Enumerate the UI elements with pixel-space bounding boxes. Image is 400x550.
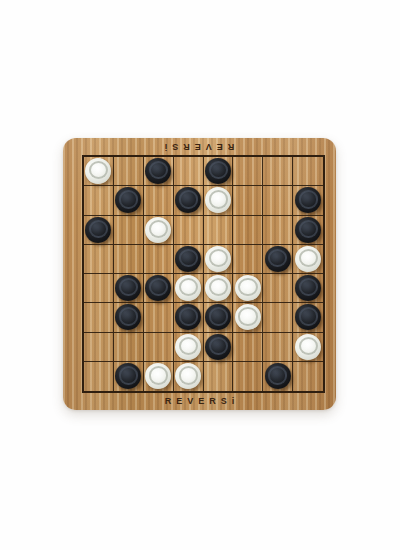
black-disc-e7 [205,334,231,360]
cell-d2[interactable] [174,186,204,215]
black-disc-h5 [295,275,321,301]
cell-f7[interactable] [233,333,263,362]
photo-background: REVERSi REVERSi [0,0,400,550]
white-disc-d8 [175,363,201,389]
cell-c5[interactable] [144,274,174,303]
black-disc-e6 [205,304,231,330]
black-disc-g4 [265,246,291,272]
black-disc-g8 [265,363,291,389]
cell-g5[interactable] [263,274,293,303]
cell-c1[interactable] [144,157,174,186]
cell-c2[interactable] [144,186,174,215]
board-title-top: REVERSi [63,141,336,152]
cell-h3[interactable] [293,216,323,245]
cell-c4[interactable] [144,245,174,274]
cell-h8[interactable] [293,362,323,391]
cell-e5[interactable] [204,274,234,303]
cell-h7[interactable] [293,333,323,362]
black-disc-d4 [175,246,201,272]
cell-d3[interactable] [174,216,204,245]
board-grid [82,155,325,393]
black-disc-h2 [295,187,321,213]
cell-f3[interactable] [233,216,263,245]
cell-c8[interactable] [144,362,174,391]
white-disc-d5 [175,275,201,301]
cell-e7[interactable] [204,333,234,362]
black-disc-h3 [295,217,321,243]
cell-h2[interactable] [293,186,323,215]
black-disc-b6 [115,304,141,330]
cell-g4[interactable] [263,245,293,274]
cell-g7[interactable] [263,333,293,362]
cell-d8[interactable] [174,362,204,391]
cell-a1[interactable] [84,157,114,186]
cell-h6[interactable] [293,303,323,332]
white-disc-d7 [175,334,201,360]
cell-a2[interactable] [84,186,114,215]
cell-g8[interactable] [263,362,293,391]
black-disc-e1 [205,158,231,184]
cell-e6[interactable] [204,303,234,332]
black-disc-h6 [295,304,321,330]
black-disc-b2 [115,187,141,213]
white-disc-f6 [235,304,261,330]
white-disc-e4 [205,246,231,272]
cell-d1[interactable] [174,157,204,186]
cell-c7[interactable] [144,333,174,362]
white-disc-a1 [85,158,111,184]
cell-b1[interactable] [114,157,144,186]
cell-b6[interactable] [114,303,144,332]
white-disc-e2 [205,187,231,213]
white-disc-h7 [295,334,321,360]
cell-g2[interactable] [263,186,293,215]
white-disc-f5 [235,275,261,301]
cell-a7[interactable] [84,333,114,362]
cell-b2[interactable] [114,186,144,215]
cell-b8[interactable] [114,362,144,391]
cell-b4[interactable] [114,245,144,274]
cell-d7[interactable] [174,333,204,362]
board-title-bottom: REVERSi [63,396,336,407]
cell-g1[interactable] [263,157,293,186]
white-disc-c3 [145,217,171,243]
white-disc-c8 [145,363,171,389]
cell-h4[interactable] [293,245,323,274]
cell-f8[interactable] [233,362,263,391]
white-disc-h4 [295,246,321,272]
black-disc-c5 [145,275,171,301]
cell-f6[interactable] [233,303,263,332]
black-disc-d2 [175,187,201,213]
black-disc-d6 [175,304,201,330]
cell-b3[interactable] [114,216,144,245]
black-disc-b8 [115,363,141,389]
cell-g3[interactable] [263,216,293,245]
cell-g6[interactable] [263,303,293,332]
cell-h5[interactable] [293,274,323,303]
reversi-board: REVERSi REVERSi [63,138,336,410]
white-disc-e5 [205,275,231,301]
cell-a3[interactable] [84,216,114,245]
cell-f4[interactable] [233,245,263,274]
cell-c6[interactable] [144,303,174,332]
cell-d6[interactable] [174,303,204,332]
cell-c3[interactable] [144,216,174,245]
cell-a6[interactable] [84,303,114,332]
cell-b7[interactable] [114,333,144,362]
cell-b5[interactable] [114,274,144,303]
cell-f5[interactable] [233,274,263,303]
black-disc-c1 [145,158,171,184]
cell-d5[interactable] [174,274,204,303]
cell-a8[interactable] [84,362,114,391]
cell-a4[interactable] [84,245,114,274]
cell-e8[interactable] [204,362,234,391]
cell-e1[interactable] [204,157,234,186]
cell-e2[interactable] [204,186,234,215]
cell-e4[interactable] [204,245,234,274]
cell-h1[interactable] [293,157,323,186]
cell-f2[interactable] [233,186,263,215]
black-disc-a3 [85,217,111,243]
cell-f1[interactable] [233,157,263,186]
cell-a5[interactable] [84,274,114,303]
black-disc-b5 [115,275,141,301]
cell-e3[interactable] [204,216,234,245]
cell-d4[interactable] [174,245,204,274]
